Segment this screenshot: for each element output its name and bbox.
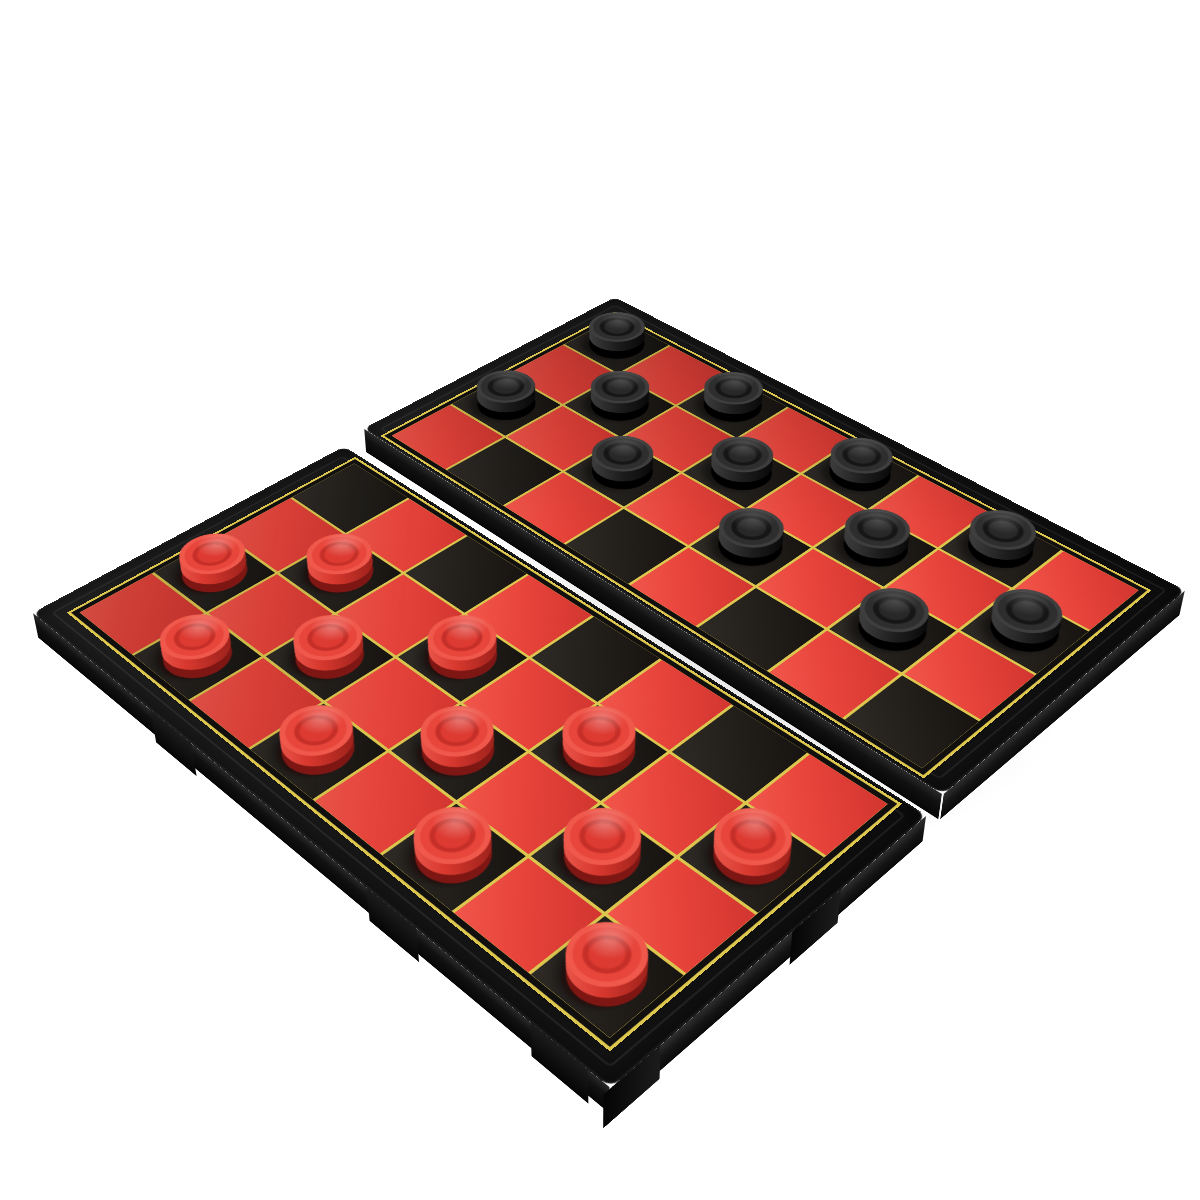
- black-checker[interactable]: [817, 449, 903, 500]
- red-checker[interactable]: [550, 930, 665, 1022]
- square-c4[interactable]: [405, 536, 527, 613]
- red-checker[interactable]: [549, 817, 657, 898]
- red-checker[interactable]: [267, 715, 369, 787]
- hinge-tab: [790, 889, 841, 965]
- hinge-tab: [603, 1045, 660, 1129]
- scene-perspective: [0, 0, 1200, 1200]
- checkers-board: [37, 304, 1184, 1085]
- red-checker[interactable]: [295, 545, 387, 603]
- black-checker[interactable]: [830, 520, 921, 576]
- black-checker[interactable]: [691, 384, 773, 430]
- hinge-tab: [531, 1022, 589, 1104]
- red-checker[interactable]: [414, 626, 511, 690]
- red-checker[interactable]: [407, 716, 509, 788]
- red-checker[interactable]: [400, 816, 508, 897]
- photo-stage: [0, 0, 1200, 1200]
- black-checker[interactable]: [845, 599, 941, 662]
- red-checker[interactable]: [548, 716, 650, 788]
